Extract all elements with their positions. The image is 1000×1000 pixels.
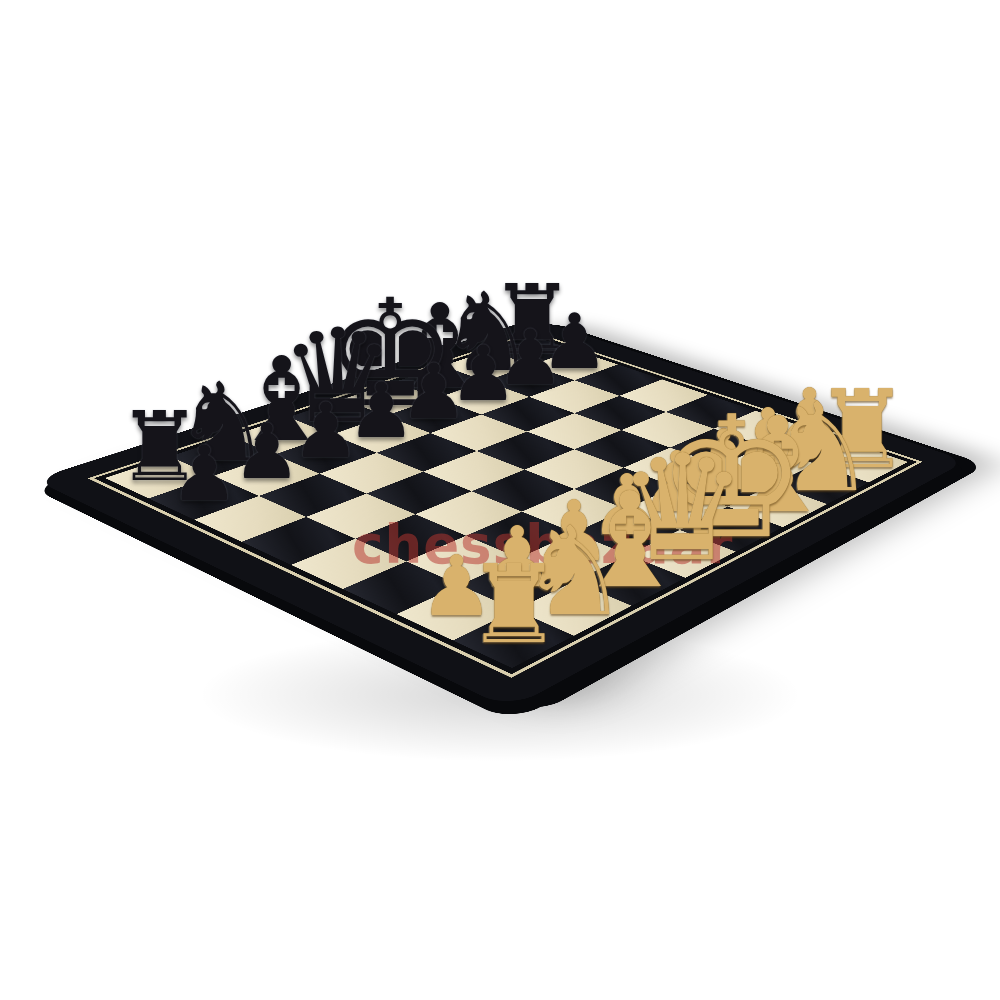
black-pawn-c7[interactable]: ♟ — [292, 392, 361, 469]
white-rook-a1[interactable]: ♜ — [465, 552, 562, 660]
black-pawn-a7[interactable]: ♟ — [170, 436, 239, 513]
black-pawn-b7[interactable]: ♟ — [233, 414, 302, 491]
product-photo-scene: chessbazaar ♜♞♝♛♚♝♞♜♟♟♟♟♟♟♟♟♟♟♟♟♟♟♟♟♜♞♝♛… — [0, 0, 1000, 1000]
